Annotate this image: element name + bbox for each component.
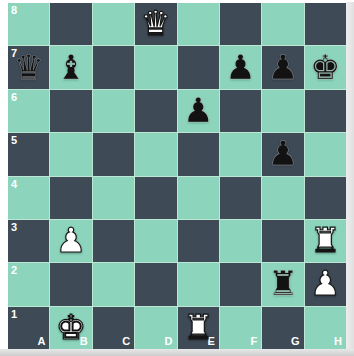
file-label-D: D [165, 336, 173, 347]
square-a5[interactable]: 5 [8, 133, 49, 175]
square-f2[interactable] [220, 263, 261, 305]
rank-label-2: 2 [11, 265, 17, 276]
square-c5[interactable] [93, 133, 134, 175]
rank-label-3: 3 [11, 222, 17, 233]
square-c7[interactable] [93, 46, 134, 88]
piece-black-bishop[interactable]: ♝ [56, 50, 86, 84]
square-g3[interactable] [262, 220, 303, 262]
square-f3[interactable] [220, 220, 261, 262]
file-label-G: G [291, 336, 300, 347]
square-h1[interactable]: H [305, 307, 346, 349]
chess-board[interactable]: 8♛7♛♝♟♟♚6♟5♟43♟♜2♜♟1AB♚CDE♜FGH [8, 3, 346, 349]
square-g5[interactable]: ♟ [262, 133, 303, 175]
square-c1[interactable]: C [93, 307, 134, 349]
square-e1[interactable]: E♜ [178, 307, 219, 349]
square-a6[interactable]: 6 [8, 90, 49, 132]
square-h3[interactable]: ♜ [305, 220, 346, 262]
square-g4[interactable] [262, 177, 303, 219]
square-f8[interactable] [220, 3, 261, 45]
board-container: 8♛7♛♝♟♟♚6♟5♟43♟♜2♜♟1AB♚CDE♜FGH [0, 0, 354, 356]
square-b8[interactable] [50, 3, 91, 45]
square-g1[interactable]: G [262, 307, 303, 349]
square-f5[interactable] [220, 133, 261, 175]
piece-black-pawn[interactable]: ♟ [268, 50, 298, 84]
square-d7[interactable] [135, 46, 176, 88]
piece-white-pawn[interactable]: ♟ [310, 266, 340, 300]
square-h6[interactable] [305, 90, 346, 132]
square-b7[interactable]: ♝ [50, 46, 91, 88]
square-e2[interactable] [178, 263, 219, 305]
square-f7[interactable]: ♟ [220, 46, 261, 88]
square-g8[interactable] [262, 3, 303, 45]
square-a1[interactable]: 1A [8, 307, 49, 349]
piece-black-rook[interactable]: ♜ [268, 266, 298, 300]
square-a3[interactable]: 3 [8, 220, 49, 262]
square-b6[interactable] [50, 90, 91, 132]
square-e8[interactable] [178, 3, 219, 45]
piece-black-pawn[interactable]: ♟ [225, 50, 255, 84]
square-d8[interactable]: ♛ [135, 3, 176, 45]
piece-black-king[interactable]: ♚ [310, 50, 340, 84]
square-d6[interactable] [135, 90, 176, 132]
rank-label-5: 5 [11, 135, 17, 146]
square-e5[interactable] [178, 133, 219, 175]
square-a4[interactable]: 4 [8, 177, 49, 219]
square-f6[interactable] [220, 90, 261, 132]
square-h7[interactable]: ♚ [305, 46, 346, 88]
piece-white-queen[interactable]: ♛ [141, 6, 171, 40]
square-f4[interactable] [220, 177, 261, 219]
file-label-H: H [334, 336, 342, 347]
square-h5[interactable] [305, 133, 346, 175]
square-e4[interactable] [178, 177, 219, 219]
piece-white-rook[interactable]: ♜ [183, 310, 213, 344]
square-a7[interactable]: 7♛ [8, 46, 49, 88]
square-a2[interactable]: 2 [8, 263, 49, 305]
square-c3[interactable] [93, 220, 134, 262]
right-margin [346, 2, 354, 356]
square-e7[interactable] [178, 46, 219, 88]
square-d3[interactable] [135, 220, 176, 262]
square-h8[interactable] [305, 3, 346, 45]
square-d4[interactable] [135, 177, 176, 219]
piece-black-pawn[interactable]: ♟ [183, 93, 213, 127]
piece-black-queen[interactable]: ♛ [13, 50, 43, 84]
square-c4[interactable] [93, 177, 134, 219]
square-f1[interactable]: F [220, 307, 261, 349]
square-d5[interactable] [135, 133, 176, 175]
square-h4[interactable] [305, 177, 346, 219]
rank-label-8: 8 [11, 5, 17, 16]
piece-black-pawn[interactable]: ♟ [268, 136, 298, 170]
file-label-F: F [251, 336, 258, 347]
piece-white-rook[interactable]: ♜ [310, 223, 340, 257]
square-a8[interactable]: 8 [8, 3, 49, 45]
piece-white-king[interactable]: ♚ [56, 310, 86, 344]
square-c6[interactable] [93, 90, 134, 132]
bottom-margin [0, 349, 354, 356]
square-e3[interactable] [178, 220, 219, 262]
square-d2[interactable] [135, 263, 176, 305]
square-b1[interactable]: B♚ [50, 307, 91, 349]
square-b2[interactable] [50, 263, 91, 305]
square-g7[interactable]: ♟ [262, 46, 303, 88]
square-h2[interactable]: ♟ [305, 263, 346, 305]
square-g2[interactable]: ♜ [262, 263, 303, 305]
file-label-C: C [122, 336, 130, 347]
file-label-A: A [37, 336, 45, 347]
square-b5[interactable] [50, 133, 91, 175]
square-b4[interactable] [50, 177, 91, 219]
square-b3[interactable]: ♟ [50, 220, 91, 262]
square-c8[interactable] [93, 3, 134, 45]
piece-white-pawn[interactable]: ♟ [56, 223, 86, 257]
square-c2[interactable] [93, 263, 134, 305]
rank-label-1: 1 [11, 309, 17, 320]
rank-label-6: 6 [11, 92, 17, 103]
square-d1[interactable]: D [135, 307, 176, 349]
square-e6[interactable]: ♟ [178, 90, 219, 132]
square-g6[interactable] [262, 90, 303, 132]
rank-label-4: 4 [11, 179, 17, 190]
